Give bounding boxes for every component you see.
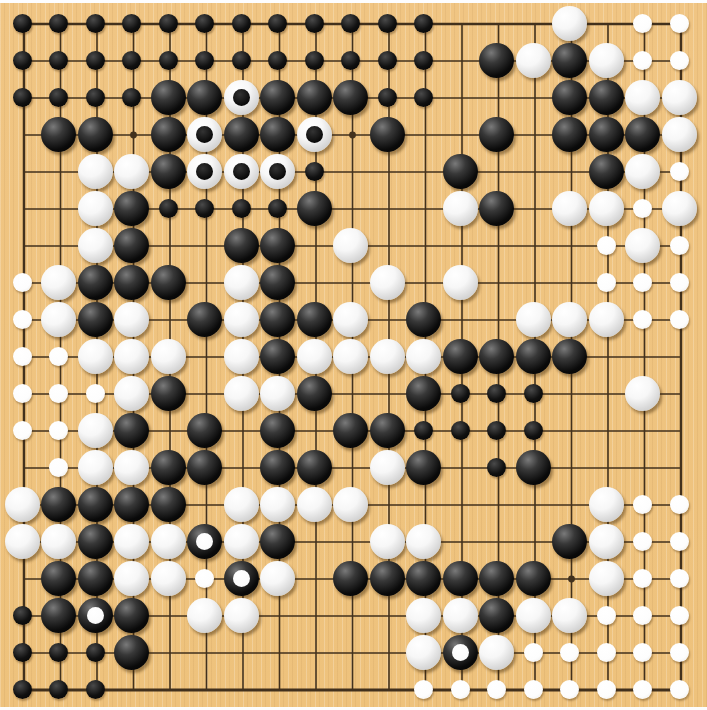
white-stone[interactable] [516,302,551,337]
black-stone[interactable] [114,487,149,522]
white-dead-marker [196,533,213,550]
black-territory-marker [49,680,68,699]
white-stone[interactable] [78,339,113,374]
dead-black-stone[interactable] [187,524,222,559]
white-territory-marker [633,51,652,70]
black-stone[interactable] [151,117,186,152]
black-stone[interactable] [516,450,551,485]
black-stone[interactable] [589,80,624,115]
go-board[interactable] [0,0,707,710]
black-stone[interactable] [370,117,405,152]
white-territory-marker [49,421,68,440]
black-stone[interactable] [297,450,332,485]
go-app-screen [0,0,707,710]
dead-white-stone[interactable] [187,154,222,189]
white-territory-marker [414,680,433,699]
black-stone[interactable] [260,339,295,374]
black-territory-marker [414,421,433,440]
white-territory-marker [597,643,616,662]
white-stone[interactable] [151,524,186,559]
black-stone[interactable] [224,228,259,263]
white-stone[interactable] [78,413,113,448]
black-territory-marker [13,606,32,625]
black-stone[interactable] [479,191,514,226]
white-stone[interactable] [224,524,259,559]
black-territory-marker [159,51,178,70]
white-stone[interactable] [41,524,76,559]
black-stone[interactable] [151,376,186,411]
black-stone[interactable] [370,561,405,596]
black-stone[interactable] [78,487,113,522]
black-stone[interactable] [260,302,295,337]
white-stone[interactable] [297,339,332,374]
black-stone[interactable] [479,561,514,596]
white-territory-marker [670,51,689,70]
black-stone[interactable] [151,487,186,522]
white-stone[interactable] [406,598,441,633]
black-territory-marker [524,421,543,440]
white-stone[interactable] [114,154,149,189]
black-territory-marker [414,88,433,107]
white-territory-marker [670,162,689,181]
white-stone[interactable] [224,265,259,300]
black-territory-marker [195,199,214,218]
white-stone[interactable] [662,191,697,226]
white-stone[interactable] [114,376,149,411]
black-territory-marker [268,14,287,33]
black-stone[interactable] [297,376,332,411]
dead-white-stone[interactable] [297,117,332,152]
white-stone[interactable] [589,43,624,78]
black-stone[interactable] [78,117,113,152]
black-territory-marker [232,14,251,33]
black-stone[interactable] [260,228,295,263]
black-stone[interactable] [552,80,587,115]
white-stone[interactable] [443,265,478,300]
black-territory-marker [232,51,251,70]
black-territory-marker [305,51,324,70]
white-stone[interactable] [333,339,368,374]
black-dead-marker [306,126,323,143]
dead-black-stone[interactable] [78,598,113,633]
white-territory-marker [49,384,68,403]
black-stone[interactable] [333,561,368,596]
black-stone[interactable] [479,598,514,633]
white-stone[interactable] [589,524,624,559]
black-stone[interactable] [78,561,113,596]
black-territory-marker [159,14,178,33]
white-stone[interactable] [516,43,551,78]
white-territory-marker [633,199,652,218]
black-territory-marker [414,51,433,70]
black-stone[interactable] [151,80,186,115]
dead-white-stone[interactable] [260,154,295,189]
white-stone[interactable] [625,154,660,189]
white-territory-marker [524,680,543,699]
black-stone[interactable] [406,450,441,485]
black-territory-marker [13,51,32,70]
white-stone[interactable] [151,339,186,374]
white-stone[interactable] [370,339,405,374]
black-territory-marker [49,88,68,107]
white-territory-marker [670,273,689,292]
white-stone[interactable] [589,302,624,337]
black-stone[interactable] [260,265,295,300]
white-territory-marker [670,643,689,662]
white-stone[interactable] [224,302,259,337]
black-stone[interactable] [552,524,587,559]
white-territory-marker [670,569,689,588]
white-stone[interactable] [662,117,697,152]
black-stone[interactable] [224,117,259,152]
black-stone[interactable] [333,80,368,115]
white-territory-marker [670,680,689,699]
black-dead-marker [233,163,250,180]
white-stone[interactable] [78,154,113,189]
white-dead-marker [452,644,469,661]
black-territory-marker [378,51,397,70]
white-stone[interactable] [370,524,405,559]
black-stone[interactable] [516,561,551,596]
white-stone[interactable] [224,598,259,633]
black-stone[interactable] [516,339,551,374]
white-territory-marker [633,532,652,551]
white-territory-marker [670,236,689,255]
white-territory-marker [195,569,214,588]
white-stone[interactable] [114,339,149,374]
white-stone[interactable] [333,302,368,337]
black-stone[interactable] [187,450,222,485]
black-territory-marker [13,14,32,33]
white-stone[interactable] [114,524,149,559]
black-stone[interactable] [114,635,149,670]
black-territory-marker [49,51,68,70]
white-territory-marker [633,14,652,33]
black-stone[interactable] [260,524,295,559]
white-territory-marker [670,310,689,329]
black-territory-marker [195,51,214,70]
black-territory-marker [86,51,105,70]
white-stone[interactable] [552,6,587,41]
black-territory-marker [49,643,68,662]
black-territory-marker [341,14,360,33]
white-dead-marker [87,607,104,624]
black-territory-marker [487,421,506,440]
white-territory-marker [597,273,616,292]
white-territory-marker [13,310,32,329]
white-territory-marker [451,680,470,699]
white-territory-marker [560,643,579,662]
white-stone[interactable] [333,228,368,263]
black-territory-marker [13,643,32,662]
white-territory-marker [487,680,506,699]
white-territory-marker [49,458,68,477]
white-stone[interactable] [589,191,624,226]
white-stone[interactable] [552,598,587,633]
white-territory-marker [560,680,579,699]
white-stone[interactable] [552,302,587,337]
black-territory-marker [451,384,470,403]
black-stone[interactable] [151,265,186,300]
white-stone[interactable] [406,339,441,374]
black-territory-marker [86,680,105,699]
white-stone[interactable] [78,191,113,226]
black-territory-marker [122,51,141,70]
black-stone[interactable] [187,413,222,448]
black-territory-marker [305,14,324,33]
black-stone[interactable] [114,598,149,633]
black-stone[interactable] [552,339,587,374]
dead-black-stone[interactable] [443,635,478,670]
black-territory-marker [122,14,141,33]
black-territory-marker [487,384,506,403]
black-territory-marker [268,51,287,70]
white-stone[interactable] [589,561,624,596]
white-stone[interactable] [662,80,697,115]
black-stone[interactable] [41,598,76,633]
black-stone[interactable] [443,561,478,596]
black-stone[interactable] [78,302,113,337]
white-territory-marker [670,14,689,33]
white-territory-marker [13,421,32,440]
white-stone[interactable] [625,228,660,263]
dead-white-stone[interactable] [187,117,222,152]
white-stone[interactable] [224,376,259,411]
black-territory-marker [451,421,470,440]
white-stone[interactable] [260,561,295,596]
black-territory-marker [86,14,105,33]
black-territory-marker [13,88,32,107]
white-stone[interactable] [260,487,295,522]
white-territory-marker [13,347,32,366]
black-stone[interactable] [552,117,587,152]
black-dead-marker [196,163,213,180]
black-stone[interactable] [406,302,441,337]
white-territory-marker [524,643,543,662]
black-stone[interactable] [370,413,405,448]
black-stone[interactable] [78,265,113,300]
white-territory-marker [13,384,32,403]
white-stone[interactable] [516,598,551,633]
black-stone[interactable] [443,339,478,374]
white-stone[interactable] [443,598,478,633]
black-territory-marker [195,14,214,33]
black-stone[interactable] [187,80,222,115]
white-stone[interactable] [78,228,113,263]
white-territory-marker [49,347,68,366]
black-territory-marker [524,384,543,403]
white-stone[interactable] [260,376,295,411]
black-stone[interactable] [114,413,149,448]
black-stone[interactable] [297,191,332,226]
white-stone[interactable] [443,191,478,226]
black-territory-marker [378,88,397,107]
white-stone[interactable] [78,450,113,485]
white-stone[interactable] [479,635,514,670]
black-dead-marker [196,126,213,143]
black-stone[interactable] [114,265,149,300]
white-territory-marker [633,643,652,662]
white-stone[interactable] [333,487,368,522]
black-stone[interactable] [78,524,113,559]
black-territory-marker [305,162,324,181]
white-territory-marker [633,273,652,292]
black-stone[interactable] [479,117,514,152]
black-stone[interactable] [297,302,332,337]
white-stone[interactable] [187,598,222,633]
black-stone[interactable] [406,561,441,596]
black-stone[interactable] [552,43,587,78]
white-stone[interactable] [114,302,149,337]
white-territory-marker [670,606,689,625]
white-territory-marker [86,384,105,403]
black-territory-marker [232,199,251,218]
black-territory-marker [414,14,433,33]
black-territory-marker [49,14,68,33]
white-stone[interactable] [41,265,76,300]
white-territory-marker [633,569,652,588]
white-territory-marker [597,680,616,699]
white-territory-marker [13,273,32,292]
white-stone[interactable] [370,265,405,300]
white-stone[interactable] [5,487,40,522]
black-stone[interactable] [41,561,76,596]
black-stone[interactable] [333,413,368,448]
dead-black-stone[interactable] [224,561,259,596]
black-stone[interactable] [151,154,186,189]
black-stone[interactable] [41,487,76,522]
black-stone[interactable] [114,191,149,226]
white-territory-marker [597,236,616,255]
black-stone[interactable] [479,43,514,78]
white-territory-marker [633,606,652,625]
white-territory-marker [633,495,652,514]
black-stone[interactable] [589,117,624,152]
white-stone[interactable] [114,450,149,485]
black-stone[interactable] [589,154,624,189]
black-stone[interactable] [443,154,478,189]
white-stone[interactable] [370,450,405,485]
white-stone[interactable] [224,339,259,374]
black-stone[interactable] [260,413,295,448]
black-territory-marker [122,88,141,107]
white-stone[interactable] [406,635,441,670]
black-territory-marker [159,199,178,218]
black-stone[interactable] [151,450,186,485]
black-territory-marker [13,680,32,699]
black-stone[interactable] [260,450,295,485]
white-stone[interactable] [224,487,259,522]
black-dead-marker [269,163,286,180]
black-stone[interactable] [297,80,332,115]
black-stone[interactable] [114,228,149,263]
black-territory-marker [487,458,506,477]
black-territory-marker [86,643,105,662]
black-stone[interactable] [41,117,76,152]
black-territory-marker [341,51,360,70]
white-territory-marker [633,680,652,699]
white-territory-marker [597,606,616,625]
black-dead-marker [233,89,250,106]
black-stone[interactable] [260,80,295,115]
black-stone[interactable] [479,339,514,374]
black-territory-marker [378,14,397,33]
white-stone[interactable] [41,302,76,337]
black-territory-marker [86,88,105,107]
black-stone[interactable] [406,376,441,411]
black-stone[interactable] [625,117,660,152]
white-stone[interactable] [297,487,332,522]
white-stone[interactable] [406,524,441,559]
white-territory-marker [670,495,689,514]
white-dead-marker [233,570,250,587]
black-territory-marker [268,199,287,218]
white-stone[interactable] [151,561,186,596]
black-stone[interactable] [187,302,222,337]
white-stone[interactable] [552,191,587,226]
white-stone[interactable] [625,80,660,115]
dead-white-stone[interactable] [224,154,259,189]
white-territory-marker [670,532,689,551]
white-stone[interactable] [5,524,40,559]
white-stone[interactable] [114,561,149,596]
black-stone[interactable] [260,117,295,152]
dead-white-stone[interactable] [224,80,259,115]
white-territory-marker [633,310,652,329]
white-stone[interactable] [625,376,660,411]
white-stone[interactable] [589,487,624,522]
